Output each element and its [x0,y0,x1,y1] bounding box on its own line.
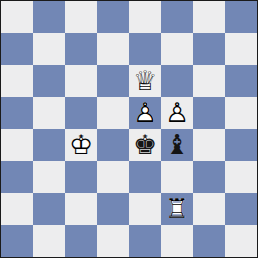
square-f8[interactable] [161,1,193,33]
white-pawn[interactable]: ♟♙ [161,97,193,129]
square-f1[interactable] [161,225,193,257]
square-a2[interactable] [1,193,33,225]
square-f6[interactable] [161,65,193,97]
square-e5[interactable]: ♟♙ [129,97,161,129]
square-a5[interactable] [1,97,33,129]
square-d4[interactable] [97,129,129,161]
square-e4[interactable]: ♚ [129,129,161,161]
square-g4[interactable] [193,129,225,161]
square-c8[interactable] [65,1,97,33]
square-e2[interactable] [129,193,161,225]
square-e3[interactable] [129,161,161,193]
square-e7[interactable] [129,33,161,65]
square-g7[interactable] [193,33,225,65]
square-h3[interactable] [225,161,257,193]
black-bishop[interactable]: ♝ [161,129,193,161]
square-c4[interactable]: ♚♔ [65,129,97,161]
square-b3[interactable] [33,161,65,193]
square-f5[interactable]: ♟♙ [161,97,193,129]
square-b4[interactable] [33,129,65,161]
white-pawn[interactable]: ♟♙ [129,97,161,129]
square-e8[interactable] [129,1,161,33]
square-c5[interactable] [65,97,97,129]
square-f2[interactable]: ♜♖ [161,193,193,225]
square-h1[interactable] [225,225,257,257]
white-rook[interactable]: ♜♖ [161,193,193,225]
white-king[interactable]: ♚♔ [65,129,97,161]
square-d5[interactable] [97,97,129,129]
square-g1[interactable] [193,225,225,257]
square-a8[interactable] [1,1,33,33]
square-a3[interactable] [1,161,33,193]
white-king-outline-glyph: ♔ [65,129,97,161]
square-b2[interactable] [33,193,65,225]
square-g2[interactable] [193,193,225,225]
square-h7[interactable] [225,33,257,65]
square-g3[interactable] [193,161,225,193]
square-e6[interactable]: ♛♕ [129,65,161,97]
square-c7[interactable] [65,33,97,65]
square-b7[interactable] [33,33,65,65]
square-b8[interactable] [33,1,65,33]
square-h5[interactable] [225,97,257,129]
square-d2[interactable] [97,193,129,225]
square-h6[interactable] [225,65,257,97]
square-c3[interactable] [65,161,97,193]
square-c6[interactable] [65,65,97,97]
black-bishop-fill-glyph: ♝ [161,129,193,161]
white-rook-outline-glyph: ♖ [161,193,193,225]
square-h2[interactable] [225,193,257,225]
square-d6[interactable] [97,65,129,97]
square-h4[interactable] [225,129,257,161]
square-b5[interactable] [33,97,65,129]
square-c2[interactable] [65,193,97,225]
square-h8[interactable] [225,1,257,33]
square-b6[interactable] [33,65,65,97]
square-a1[interactable] [1,225,33,257]
square-g5[interactable] [193,97,225,129]
square-a4[interactable] [1,129,33,161]
black-king[interactable]: ♚ [129,129,161,161]
square-g6[interactable] [193,65,225,97]
square-d3[interactable] [97,161,129,193]
square-f4[interactable]: ♝ [161,129,193,161]
square-a6[interactable] [1,65,33,97]
white-pawn-outline-glyph: ♙ [129,97,161,129]
square-c1[interactable] [65,225,97,257]
chess-board: ♛♕♟♙♟♙♚♔♚♝♜♖ [0,0,258,258]
square-a7[interactable] [1,33,33,65]
white-queen-outline-glyph: ♕ [129,65,161,97]
square-b1[interactable] [33,225,65,257]
square-g8[interactable] [193,1,225,33]
white-queen[interactable]: ♛♕ [129,65,161,97]
black-king-fill-glyph: ♚ [129,129,161,161]
square-d1[interactable] [97,225,129,257]
square-f3[interactable] [161,161,193,193]
square-d7[interactable] [97,33,129,65]
white-pawn-outline-glyph: ♙ [161,97,193,129]
square-e1[interactable] [129,225,161,257]
square-d8[interactable] [97,1,129,33]
square-f7[interactable] [161,33,193,65]
